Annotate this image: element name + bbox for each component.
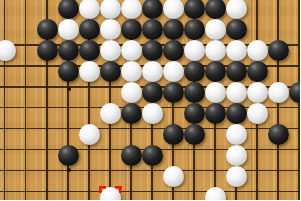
board-point[interactable] (268, 166, 289, 187)
black-stone (100, 61, 121, 82)
black-stone (37, 40, 58, 61)
board-point-occupied (163, 82, 184, 103)
black-stone (268, 124, 289, 145)
board-point-occupied (247, 40, 268, 61)
white-stone (163, 166, 184, 187)
board-point-occupied (142, 61, 163, 82)
black-stone (226, 103, 247, 124)
board-point-occupied (184, 124, 205, 145)
board-point[interactable] (0, 0, 16, 19)
black-stone (163, 82, 184, 103)
white-stone (121, 40, 142, 61)
white-stone (142, 61, 163, 82)
board-point-occupied (226, 124, 247, 145)
board-point-occupied (205, 0, 226, 19)
board-point-occupied (163, 124, 184, 145)
board-point[interactable] (16, 187, 37, 201)
board-point[interactable] (289, 124, 301, 145)
board-point-occupied (205, 187, 226, 201)
white-stone (100, 0, 121, 19)
white-stone (58, 19, 79, 40)
board-point-occupied (142, 82, 163, 103)
board-point-occupied (163, 61, 184, 82)
white-stone (100, 40, 121, 61)
board-point[interactable] (58, 82, 79, 103)
board-point-occupied (100, 103, 121, 124)
board-point-occupied (37, 40, 58, 61)
board-point-occupied (163, 19, 184, 40)
board-point-occupied (247, 82, 268, 103)
board-point-occupied (205, 19, 226, 40)
board-point[interactable] (184, 145, 205, 166)
board-point-occupied (289, 82, 301, 103)
board-point-occupied (247, 61, 268, 82)
board-point[interactable] (0, 166, 16, 187)
board-point[interactable] (16, 61, 37, 82)
black-stone (163, 19, 184, 40)
black-stone (205, 61, 226, 82)
board-point-occupied (121, 103, 142, 124)
board-point[interactable] (289, 40, 301, 61)
board-point-occupied (184, 40, 205, 61)
white-stone (205, 19, 226, 40)
white-stone (100, 103, 121, 124)
board-point[interactable] (247, 187, 268, 201)
board-point[interactable] (100, 145, 121, 166)
white-stone (142, 103, 163, 124)
board-point[interactable] (268, 187, 289, 201)
board-point-occupied (142, 19, 163, 40)
white-stone (268, 82, 289, 103)
board-point-occupied (79, 61, 100, 82)
board-point[interactable] (16, 124, 37, 145)
black-stone (79, 40, 100, 61)
white-stone (247, 40, 268, 61)
black-stone (121, 145, 142, 166)
white-stone (79, 61, 100, 82)
board-point[interactable] (58, 124, 79, 145)
board-point[interactable] (0, 145, 16, 166)
board-point-occupied (205, 61, 226, 82)
board-point-occupied (163, 166, 184, 187)
white-stone (121, 82, 142, 103)
board-point[interactable] (79, 103, 100, 124)
board-point-occupied (79, 19, 100, 40)
board-point[interactable] (0, 124, 16, 145)
board-point-occupied (121, 40, 142, 61)
black-stone (121, 103, 142, 124)
board-point[interactable] (268, 145, 289, 166)
board-point-occupied (205, 40, 226, 61)
board-point[interactable] (121, 187, 142, 201)
white-stone (226, 124, 247, 145)
white-stone (0, 40, 16, 61)
board-point-occupied (268, 82, 289, 103)
board-point-occupied (58, 61, 79, 82)
black-stone (205, 0, 226, 19)
board-point[interactable] (79, 166, 100, 187)
board-point-occupied (184, 82, 205, 103)
board-point-occupied (163, 0, 184, 19)
board-point[interactable] (268, 19, 289, 40)
board-point[interactable] (142, 166, 163, 187)
board-point[interactable] (247, 145, 268, 166)
board-point-occupied (268, 40, 289, 61)
board-point-occupied (226, 166, 247, 187)
board-point-occupied (121, 145, 142, 166)
board-point[interactable] (100, 124, 121, 145)
black-stone (58, 145, 79, 166)
board-point-occupied (79, 0, 100, 19)
black-stone (205, 103, 226, 124)
white-stone (226, 145, 247, 166)
board-point[interactable] (79, 187, 100, 201)
black-stone (58, 0, 79, 19)
board-point[interactable] (58, 103, 79, 124)
white-stone (100, 187, 121, 201)
black-stone (142, 0, 163, 19)
board-point-occupied (184, 103, 205, 124)
black-stone (226, 19, 247, 40)
board-point[interactable] (268, 103, 289, 124)
black-stone (58, 61, 79, 82)
board-point-occupied (79, 124, 100, 145)
black-stone (289, 82, 301, 103)
board-point-occupied (100, 187, 121, 201)
board-point[interactable] (268, 0, 289, 19)
black-stone (142, 40, 163, 61)
black-stone (184, 103, 205, 124)
white-stone (121, 0, 142, 19)
board-point-occupied (247, 103, 268, 124)
white-stone (226, 166, 247, 187)
board-points (0, 0, 300, 200)
white-stone (205, 40, 226, 61)
white-stone (184, 40, 205, 61)
board-point[interactable] (100, 166, 121, 187)
white-stone (247, 103, 268, 124)
white-stone (121, 61, 142, 82)
board-point[interactable] (289, 103, 301, 124)
board-point[interactable] (0, 19, 16, 40)
board-point-occupied (226, 40, 247, 61)
black-stone (184, 82, 205, 103)
board-point-occupied (100, 61, 121, 82)
board-point[interactable] (184, 166, 205, 187)
black-stone (268, 40, 289, 61)
board-point-occupied (184, 61, 205, 82)
board-point[interactable] (121, 124, 142, 145)
black-stone (37, 19, 58, 40)
board-point-occupied (37, 19, 58, 40)
black-stone (184, 61, 205, 82)
black-stone (184, 19, 205, 40)
white-stone (163, 61, 184, 82)
board-point-occupied (226, 0, 247, 19)
board-point[interactable] (289, 19, 301, 40)
board-point-occupied (142, 145, 163, 166)
board-point-occupied (121, 82, 142, 103)
board-point-occupied (0, 40, 16, 61)
board-point[interactable] (37, 0, 58, 19)
board-point[interactable] (37, 61, 58, 82)
board-point-occupied (142, 103, 163, 124)
black-stone (184, 0, 205, 19)
black-stone (142, 19, 163, 40)
board-point[interactable] (37, 82, 58, 103)
board-point[interactable] (289, 166, 301, 187)
board-point[interactable] (16, 0, 37, 19)
board-point-occupied (226, 19, 247, 40)
board-point[interactable] (16, 19, 37, 40)
board-point[interactable] (268, 61, 289, 82)
white-stone (100, 19, 121, 40)
board-point-occupied (142, 40, 163, 61)
board-point-occupied (226, 82, 247, 103)
board-point[interactable] (16, 82, 37, 103)
go-board[interactable] (0, 0, 300, 200)
board-point-occupied (226, 61, 247, 82)
board-point[interactable] (205, 166, 226, 187)
black-stone (142, 145, 163, 166)
white-stone (226, 0, 247, 19)
board-point[interactable] (16, 145, 37, 166)
black-stone (226, 61, 247, 82)
board-point[interactable] (142, 124, 163, 145)
board-point[interactable] (205, 145, 226, 166)
board-point[interactable] (184, 187, 205, 201)
board-point[interactable] (247, 124, 268, 145)
board-point[interactable] (0, 103, 16, 124)
board-point[interactable] (16, 103, 37, 124)
board-point-occupied (58, 40, 79, 61)
board-point[interactable] (16, 40, 37, 61)
board-point[interactable] (121, 166, 142, 187)
board-point-occupied (163, 40, 184, 61)
black-stone (247, 61, 268, 82)
board-point[interactable] (58, 187, 79, 201)
board-point-occupied (121, 0, 142, 19)
board-point[interactable] (163, 103, 184, 124)
white-stone (79, 0, 100, 19)
board-point-occupied (184, 0, 205, 19)
board-point-occupied (100, 0, 121, 19)
board-point[interactable] (289, 187, 301, 201)
board-point[interactable] (0, 61, 16, 82)
board-point-occupied (205, 103, 226, 124)
board-point[interactable] (247, 19, 268, 40)
board-point[interactable] (37, 103, 58, 124)
board-point[interactable] (37, 145, 58, 166)
board-point-occupied (142, 0, 163, 19)
board-point[interactable] (16, 166, 37, 187)
board-point[interactable] (247, 0, 268, 19)
black-stone (184, 124, 205, 145)
board-point[interactable] (0, 187, 16, 201)
black-stone (79, 19, 100, 40)
go-game-screenshot (0, 0, 300, 200)
board-point[interactable] (58, 166, 79, 187)
white-stone (205, 187, 226, 201)
board-point[interactable] (289, 145, 301, 166)
black-stone (163, 124, 184, 145)
white-stone (226, 82, 247, 103)
black-stone (142, 82, 163, 103)
board-point[interactable] (79, 145, 100, 166)
board-point-occupied (226, 103, 247, 124)
black-stone (58, 40, 79, 61)
board-point[interactable] (79, 82, 100, 103)
board-point-occupied (58, 145, 79, 166)
board-point[interactable] (226, 187, 247, 201)
white-stone (247, 82, 268, 103)
board-point[interactable] (163, 187, 184, 201)
white-stone (79, 124, 100, 145)
board-point[interactable] (205, 124, 226, 145)
board-point-occupied (58, 0, 79, 19)
board-point-occupied (58, 19, 79, 40)
board-point[interactable] (289, 61, 301, 82)
white-stone (163, 0, 184, 19)
board-point-occupied (100, 19, 121, 40)
board-point[interactable] (289, 0, 301, 19)
board-point-occupied (100, 40, 121, 61)
board-point[interactable] (142, 187, 163, 201)
board-point-occupied (184, 19, 205, 40)
board-point-occupied (205, 82, 226, 103)
white-stone (226, 40, 247, 61)
board-point[interactable] (100, 82, 121, 103)
board-point-occupied (121, 61, 142, 82)
black-stone (163, 40, 184, 61)
board-point-occupied (226, 145, 247, 166)
board-point[interactable] (37, 124, 58, 145)
board-point[interactable] (37, 187, 58, 201)
board-point[interactable] (247, 166, 268, 187)
black-stone (121, 19, 142, 40)
board-point-occupied (79, 40, 100, 61)
board-point[interactable] (37, 166, 58, 187)
white-stone (205, 82, 226, 103)
board-point[interactable] (0, 82, 16, 103)
board-point-occupied (121, 19, 142, 40)
board-point-occupied (268, 124, 289, 145)
board-point[interactable] (163, 145, 184, 166)
